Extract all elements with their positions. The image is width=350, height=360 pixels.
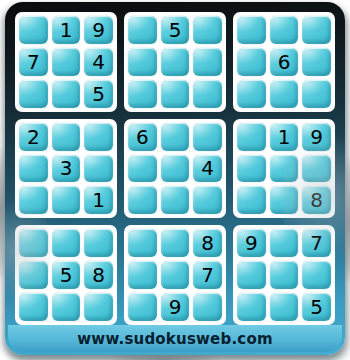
cell-r9c4[interactable]: [128, 293, 157, 321]
cell-r6c9[interactable]: 8: [302, 186, 331, 214]
cell-r1c3[interactable]: 9: [84, 16, 113, 44]
cell-r9c7[interactable]: [237, 293, 266, 321]
cell-r7c2[interactable]: [52, 229, 81, 257]
cell-r1c7[interactable]: [237, 16, 266, 44]
cell-r8c7[interactable]: [237, 261, 266, 289]
cell-r3c9[interactable]: [302, 80, 331, 108]
box-1-1: 19745: [15, 12, 117, 112]
cell-r8c3[interactable]: 8: [84, 261, 113, 289]
cell-r5c4[interactable]: [128, 155, 157, 183]
cell-r6c5[interactable]: [161, 186, 190, 214]
box-1-3: 6: [233, 12, 335, 112]
box-2-2: 64: [124, 119, 226, 219]
cell-r2c9[interactable]: [302, 48, 331, 76]
cell-r4c3[interactable]: [84, 123, 113, 151]
cell-r3c2[interactable]: [52, 80, 81, 108]
cell-r3c1[interactable]: [19, 80, 48, 108]
cell-r6c8[interactable]: [270, 186, 299, 214]
cell-r1c4[interactable]: [128, 16, 157, 44]
cell-r1c1[interactable]: [19, 16, 48, 44]
cell-r2c5[interactable]: [161, 48, 190, 76]
sudoku-board: 19745562316419858879975 www.sudokusweb.c…: [5, 2, 345, 355]
cell-r5c1[interactable]: [19, 155, 48, 183]
cell-r1c8[interactable]: [270, 16, 299, 44]
cell-r3c5[interactable]: [161, 80, 190, 108]
cell-r3c6[interactable]: [193, 80, 222, 108]
cell-r2c3[interactable]: 4: [84, 48, 113, 76]
cell-r5c5[interactable]: [161, 155, 190, 183]
box-3-1: 58: [15, 225, 117, 325]
cell-r6c7[interactable]: [237, 186, 266, 214]
cell-r7c3[interactable]: [84, 229, 113, 257]
cell-r7c9[interactable]: 7: [302, 229, 331, 257]
cell-r2c4[interactable]: [128, 48, 157, 76]
cell-r4c1[interactable]: 2: [19, 123, 48, 151]
box-3-3: 975: [233, 225, 335, 325]
cell-r7c8[interactable]: [270, 229, 299, 257]
cell-r3c4[interactable]: [128, 80, 157, 108]
cell-r1c5[interactable]: 5: [161, 16, 190, 44]
cell-r2c1[interactable]: 7: [19, 48, 48, 76]
cell-r1c6[interactable]: [193, 16, 222, 44]
cell-r5c6[interactable]: 4: [193, 155, 222, 183]
board-footer: www.sudokusweb.com: [8, 325, 342, 352]
page-background: 19745562316419858879975 www.sudokusweb.c…: [0, 0, 350, 360]
cell-r9c1[interactable]: [19, 293, 48, 321]
cell-r5c7[interactable]: [237, 155, 266, 183]
cell-r4c8[interactable]: 1: [270, 123, 299, 151]
cell-r2c8[interactable]: 6: [270, 48, 299, 76]
cell-r7c7[interactable]: 9: [237, 229, 266, 257]
cell-r9c5[interactable]: 9: [161, 293, 190, 321]
cell-r3c7[interactable]: [237, 80, 266, 108]
cell-r5c3[interactable]: [84, 155, 113, 183]
cell-r3c8[interactable]: [270, 80, 299, 108]
cell-r6c3[interactable]: 1: [84, 186, 113, 214]
cell-r3c3[interactable]: 5: [84, 80, 113, 108]
cell-r6c6[interactable]: [193, 186, 222, 214]
cell-r8c1[interactable]: [19, 261, 48, 289]
cell-r5c8[interactable]: [270, 155, 299, 183]
cell-r7c5[interactable]: [161, 229, 190, 257]
cell-r4c2[interactable]: [52, 123, 81, 151]
cell-r8c4[interactable]: [128, 261, 157, 289]
cell-r2c7[interactable]: [237, 48, 266, 76]
box-2-3: 198: [233, 119, 335, 219]
cell-r9c8[interactable]: [270, 293, 299, 321]
cell-r5c2[interactable]: 3: [52, 155, 81, 183]
cell-r8c9[interactable]: [302, 261, 331, 289]
cell-r4c9[interactable]: 9: [302, 123, 331, 151]
box-3-2: 879: [124, 225, 226, 325]
cell-r4c6[interactable]: [193, 123, 222, 151]
cell-r6c2[interactable]: [52, 186, 81, 214]
box-2-1: 231: [15, 119, 117, 219]
cell-r5c9[interactable]: [302, 155, 331, 183]
cell-r6c4[interactable]: [128, 186, 157, 214]
cell-r8c2[interactable]: 5: [52, 261, 81, 289]
cell-r7c6[interactable]: 8: [193, 229, 222, 257]
cell-r1c2[interactable]: 1: [52, 16, 81, 44]
box-1-2: 5: [124, 12, 226, 112]
cell-r8c8[interactable]: [270, 261, 299, 289]
cell-r4c4[interactable]: 6: [128, 123, 157, 151]
website-link[interactable]: www.sudokusweb.com: [77, 330, 272, 348]
cell-r4c7[interactable]: [237, 123, 266, 151]
cell-r8c5[interactable]: [161, 261, 190, 289]
cell-r1c9[interactable]: [302, 16, 331, 44]
cell-r9c2[interactable]: [52, 293, 81, 321]
sudoku-grid: 19745562316419858879975: [15, 12, 335, 325]
cell-r7c4[interactable]: [128, 229, 157, 257]
cell-r9c3[interactable]: [84, 293, 113, 321]
cell-r2c6[interactable]: [193, 48, 222, 76]
cell-r2c2[interactable]: [52, 48, 81, 76]
cell-r9c9[interactable]: 5: [302, 293, 331, 321]
cell-r6c1[interactable]: [19, 186, 48, 214]
cell-r9c6[interactable]: [193, 293, 222, 321]
cell-r8c6[interactable]: 7: [193, 261, 222, 289]
cell-r7c1[interactable]: [19, 229, 48, 257]
cell-r4c5[interactable]: [161, 123, 190, 151]
